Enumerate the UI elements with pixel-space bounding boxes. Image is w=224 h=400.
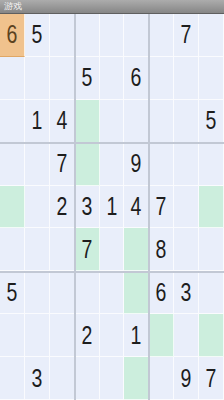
cell-r3c3[interactable] bbox=[75, 143, 100, 186]
cell-r7c4[interactable] bbox=[100, 314, 125, 357]
cell-r5c8[interactable] bbox=[199, 228, 224, 271]
cell-r4c7[interactable] bbox=[174, 186, 199, 229]
cell-r4c1[interactable] bbox=[25, 186, 50, 229]
cell-r6c5[interactable] bbox=[124, 271, 149, 314]
cell-r8c6[interactable] bbox=[149, 357, 174, 400]
cell-digit: 7 bbox=[156, 192, 167, 221]
cell-r1c2[interactable] bbox=[50, 57, 75, 100]
cell-r6c8[interactable] bbox=[199, 271, 224, 314]
cell-digit: 1 bbox=[131, 321, 142, 350]
cell-digit: 5 bbox=[81, 63, 92, 92]
cell-r6c0[interactable]: 5 bbox=[0, 271, 25, 314]
cell-r6c3[interactable] bbox=[75, 271, 100, 314]
cell-r3c5[interactable]: 9 bbox=[124, 143, 149, 186]
cell-digit: 7 bbox=[206, 364, 217, 393]
cell-r4c4[interactable]: 1 bbox=[100, 186, 125, 229]
cell-r4c2[interactable]: 2 bbox=[50, 186, 75, 229]
cell-r5c0[interactable] bbox=[0, 228, 25, 271]
cell-r8c1[interactable]: 3 bbox=[25, 357, 50, 400]
cell-r7c7[interactable] bbox=[174, 314, 199, 357]
cell-digit: 5 bbox=[31, 20, 42, 49]
cell-r0c8[interactable] bbox=[199, 14, 224, 57]
cell-r8c5[interactable] bbox=[124, 357, 149, 400]
cell-r5c3[interactable]: 7 bbox=[75, 228, 100, 271]
cell-r1c1[interactable] bbox=[25, 57, 50, 100]
cell-r6c4[interactable] bbox=[100, 271, 125, 314]
cell-r4c5[interactable]: 4 bbox=[124, 186, 149, 229]
cell-digit: 1 bbox=[106, 192, 117, 221]
cell-r8c0[interactable] bbox=[0, 357, 25, 400]
cell-r1c7[interactable] bbox=[174, 57, 199, 100]
cell-r1c5[interactable]: 6 bbox=[124, 57, 149, 100]
cell-r1c8[interactable] bbox=[199, 57, 224, 100]
cell-digit: 3 bbox=[31, 364, 42, 393]
cell-digit: 8 bbox=[156, 235, 167, 264]
cell-r0c4[interactable] bbox=[100, 14, 125, 57]
cell-r5c7[interactable] bbox=[174, 228, 199, 271]
cell-digit: 9 bbox=[181, 364, 192, 393]
cell-r6c2[interactable] bbox=[50, 271, 75, 314]
cell-r1c3[interactable]: 5 bbox=[75, 57, 100, 100]
cell-r7c1[interactable] bbox=[25, 314, 50, 357]
cell-r8c7[interactable]: 9 bbox=[174, 357, 199, 400]
cell-r2c3[interactable] bbox=[75, 100, 100, 143]
cell-digit: 4 bbox=[131, 192, 142, 221]
cell-r0c0[interactable]: 6 bbox=[0, 14, 25, 57]
cell-r7c5[interactable]: 1 bbox=[124, 314, 149, 357]
cell-digit: 6 bbox=[156, 278, 167, 307]
cell-r2c7[interactable] bbox=[174, 100, 199, 143]
cell-digit: 3 bbox=[181, 278, 192, 307]
cell-r4c8[interactable] bbox=[199, 186, 224, 229]
cell-r8c4[interactable] bbox=[100, 357, 125, 400]
cell-r3c8[interactable] bbox=[199, 143, 224, 186]
cell-r6c7[interactable]: 3 bbox=[174, 271, 199, 314]
cell-r8c3[interactable] bbox=[75, 357, 100, 400]
cell-r7c2[interactable] bbox=[50, 314, 75, 357]
sudoku-board: 6575614579231477856321397 bbox=[0, 14, 224, 400]
cell-r5c1[interactable] bbox=[25, 228, 50, 271]
window-title: 游戏 bbox=[4, 1, 22, 11]
cell-r7c3[interactable]: 2 bbox=[75, 314, 100, 357]
cell-r2c0[interactable] bbox=[0, 100, 25, 143]
cell-r5c2[interactable] bbox=[50, 228, 75, 271]
cell-digit: 2 bbox=[81, 321, 92, 350]
cell-r7c6[interactable] bbox=[149, 314, 174, 357]
cell-r3c1[interactable] bbox=[25, 143, 50, 186]
cell-r6c1[interactable] bbox=[25, 271, 50, 314]
cell-r7c8[interactable] bbox=[199, 314, 224, 357]
cell-digit: 5 bbox=[206, 106, 217, 135]
cell-r3c6[interactable] bbox=[149, 143, 174, 186]
cell-digit: 4 bbox=[56, 106, 67, 135]
cell-r1c4[interactable] bbox=[100, 57, 125, 100]
cell-digit: 5 bbox=[7, 278, 18, 307]
cell-r2c2[interactable]: 4 bbox=[50, 100, 75, 143]
cell-r2c5[interactable] bbox=[124, 100, 149, 143]
cell-r2c6[interactable] bbox=[149, 100, 174, 143]
cell-r2c4[interactable] bbox=[100, 100, 125, 143]
cell-digit: 6 bbox=[7, 20, 18, 49]
cell-r5c4[interactable] bbox=[100, 228, 125, 271]
cell-r0c5[interactable] bbox=[124, 14, 149, 57]
cell-digit: 1 bbox=[31, 106, 42, 135]
cell-r2c8[interactable]: 5 bbox=[199, 100, 224, 143]
cell-r8c2[interactable] bbox=[50, 357, 75, 400]
cell-digit: 3 bbox=[81, 192, 92, 221]
title-bar: 游戏 bbox=[0, 0, 224, 14]
cell-digit: 7 bbox=[81, 235, 92, 264]
cell-r4c6[interactable]: 7 bbox=[149, 186, 174, 229]
cell-r4c0[interactable] bbox=[0, 186, 25, 229]
cell-r0c1[interactable]: 5 bbox=[25, 14, 50, 57]
cell-r4c3[interactable]: 3 bbox=[75, 186, 100, 229]
cell-r3c2[interactable]: 7 bbox=[50, 143, 75, 186]
cell-r5c6[interactable]: 8 bbox=[149, 228, 174, 271]
cell-r2c1[interactable]: 1 bbox=[25, 100, 50, 143]
cell-r7c0[interactable] bbox=[0, 314, 25, 357]
cell-r1c6[interactable] bbox=[149, 57, 174, 100]
cell-digit: 2 bbox=[56, 192, 67, 221]
cell-digit: 7 bbox=[56, 149, 67, 178]
cell-digit: 6 bbox=[131, 63, 142, 92]
cell-r3c7[interactable] bbox=[174, 143, 199, 186]
cell-r6c6[interactable]: 6 bbox=[149, 271, 174, 314]
cell-r0c2[interactable] bbox=[50, 14, 75, 57]
cell-r8c8[interactable]: 7 bbox=[199, 357, 224, 400]
cell-r3c0[interactable] bbox=[0, 143, 25, 186]
cell-r0c7[interactable]: 7 bbox=[174, 14, 199, 57]
cell-r3c4[interactable] bbox=[100, 143, 125, 186]
cell-digit: 9 bbox=[131, 149, 142, 178]
cell-r0c3[interactable] bbox=[75, 14, 100, 57]
cell-digit: 7 bbox=[181, 20, 192, 49]
cell-r1c0[interactable] bbox=[0, 57, 25, 100]
cell-r0c6[interactable] bbox=[149, 14, 174, 57]
cell-r5c5[interactable] bbox=[124, 228, 149, 271]
